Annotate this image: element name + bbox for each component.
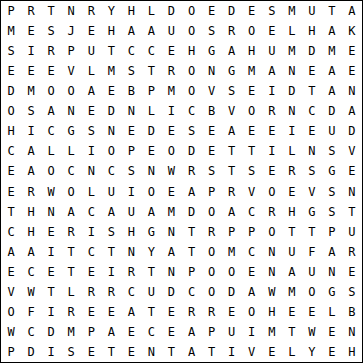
- grid-cell-r13c2[interactable]: A: [21, 242, 41, 262]
- grid-cell-r5c6[interactable]: E: [101, 81, 121, 101]
- grid-cell-r11c5[interactable]: C: [81, 202, 101, 222]
- grid-cell-r14c1[interactable]: E: [1, 262, 21, 282]
- grid-cell-r3c5[interactable]: U: [81, 41, 101, 61]
- grid-cell-r3c13[interactable]: H: [242, 41, 262, 61]
- grid-cell-r6c4[interactable]: N: [61, 101, 81, 121]
- grid-cell-r18c11[interactable]: T: [202, 342, 222, 362]
- grid-cell-r5c7[interactable]: B: [121, 81, 141, 101]
- grid-cell-r17c3[interactable]: D: [41, 322, 61, 342]
- grid-cell-r1c16[interactable]: U: [302, 1, 322, 21]
- grid-cell-r10c13[interactable]: V: [242, 181, 262, 201]
- grid-cell-r14c18[interactable]: E: [342, 262, 362, 282]
- grid-cell-r2c14[interactable]: E: [262, 21, 282, 41]
- grid-cell-r11c1[interactable]: T: [1, 202, 21, 222]
- grid-cell-r18c6[interactable]: T: [101, 342, 121, 362]
- grid-cell-r13c8[interactable]: Y: [141, 242, 161, 262]
- grid-cell-r3c12[interactable]: A: [222, 41, 242, 61]
- grid-cell-r10c2[interactable]: R: [21, 181, 41, 201]
- grid-cell-r15c13[interactable]: A: [242, 282, 262, 302]
- grid-cell-r11c6[interactable]: A: [101, 202, 121, 222]
- grid-cell-r2c16[interactable]: H: [302, 21, 322, 41]
- grid-cell-r9c13[interactable]: S: [242, 161, 262, 181]
- grid-cell-r1c7[interactable]: H: [121, 1, 141, 21]
- grid-cell-r3c14[interactable]: U: [262, 41, 282, 61]
- grid-cell-r8c1[interactable]: C: [1, 141, 21, 161]
- grid-cell-r5c15[interactable]: D: [282, 81, 302, 101]
- grid-cell-r2c10[interactable]: O: [181, 21, 201, 41]
- grid-cell-r8c9[interactable]: O: [161, 141, 181, 161]
- grid-cell-r11c7[interactable]: U: [121, 202, 141, 222]
- grid-cell-r8c8[interactable]: E: [141, 141, 161, 161]
- grid-cell-r18c3[interactable]: I: [41, 342, 61, 362]
- grid-cell-r16c11[interactable]: R: [202, 302, 222, 322]
- grid-cell-r7c4[interactable]: G: [61, 121, 81, 141]
- grid-cell-r17c12[interactable]: U: [222, 322, 242, 342]
- grid-cell-r1c5[interactable]: R: [81, 1, 101, 21]
- grid-cell-r5c18[interactable]: N: [342, 81, 362, 101]
- grid-cell-r12c14[interactable]: O: [262, 222, 282, 242]
- grid-cell-r15c15[interactable]: M: [282, 282, 302, 302]
- grid-cell-r8c14[interactable]: I: [262, 141, 282, 161]
- grid-cell-r5c2[interactable]: M: [21, 81, 41, 101]
- grid-cell-r16c9[interactable]: E: [161, 302, 181, 322]
- grid-cell-r1c11[interactable]: E: [202, 1, 222, 21]
- grid-cell-r6c3[interactable]: A: [41, 101, 61, 121]
- grid-cell-r10c5[interactable]: L: [81, 181, 101, 201]
- grid-cell-r13c5[interactable]: C: [81, 242, 101, 262]
- grid-cell-r10c11[interactable]: P: [202, 181, 222, 201]
- grid-cell-r17c6[interactable]: A: [101, 322, 121, 342]
- grid-cell-r14c9[interactable]: N: [161, 262, 181, 282]
- grid-cell-r12c12[interactable]: P: [222, 222, 242, 242]
- grid-cell-r11c13[interactable]: C: [242, 202, 262, 222]
- grid-cell-r12c2[interactable]: H: [21, 222, 41, 242]
- grid-cell-r9c11[interactable]: S: [202, 161, 222, 181]
- grid-cell-r4c10[interactable]: O: [181, 61, 201, 81]
- grid-cell-r14c8[interactable]: T: [141, 262, 161, 282]
- grid-cell-r1c15[interactable]: M: [282, 1, 302, 21]
- grid-cell-r4c1[interactable]: E: [1, 61, 21, 81]
- grid-cell-r14c16[interactable]: U: [302, 262, 322, 282]
- grid-cell-r12c4[interactable]: R: [61, 222, 81, 242]
- grid-cell-r15c12[interactable]: D: [222, 282, 242, 302]
- grid-cell-r8c4[interactable]: L: [61, 141, 81, 161]
- grid-cell-r10c14[interactable]: O: [262, 181, 282, 201]
- grid-cell-r10c17[interactable]: S: [322, 181, 342, 201]
- grid-cell-r10c6[interactable]: U: [101, 181, 121, 201]
- grid-cell-r13c10[interactable]: T: [181, 242, 201, 262]
- grid-cell-r16c15[interactable]: E: [282, 302, 302, 322]
- grid-cell-r6c12[interactable]: V: [222, 101, 242, 121]
- grid-cell-r6c2[interactable]: S: [21, 101, 41, 121]
- grid-cell-r7c12[interactable]: A: [222, 121, 242, 141]
- grid-cell-r11c17[interactable]: S: [322, 202, 342, 222]
- grid-cell-r7c9[interactable]: E: [161, 121, 181, 141]
- grid-cell-r1c10[interactable]: O: [181, 1, 201, 21]
- grid-cell-r4c11[interactable]: N: [202, 61, 222, 81]
- grid-cell-r3c7[interactable]: C: [121, 41, 141, 61]
- grid-cell-r7c3[interactable]: C: [41, 121, 61, 141]
- grid-cell-r4c6[interactable]: M: [101, 61, 121, 81]
- grid-cell-r13c12[interactable]: M: [222, 242, 242, 262]
- grid-cell-r4c7[interactable]: S: [121, 61, 141, 81]
- grid-cell-r4c13[interactable]: M: [242, 61, 262, 81]
- grid-cell-r18c7[interactable]: E: [121, 342, 141, 362]
- grid-cell-r13c1[interactable]: A: [1, 242, 21, 262]
- grid-cell-r2c3[interactable]: S: [41, 21, 61, 41]
- grid-cell-r9c17[interactable]: G: [322, 161, 342, 181]
- grid-cell-r17c4[interactable]: M: [61, 322, 81, 342]
- grid-cell-r9c9[interactable]: W: [161, 161, 181, 181]
- grid-cell-r16c10[interactable]: R: [181, 302, 201, 322]
- grid-cell-r9c7[interactable]: S: [121, 161, 141, 181]
- grid-cell-r1c17[interactable]: T: [322, 1, 342, 21]
- grid-cell-r8c13[interactable]: T: [242, 141, 262, 161]
- grid-cell-r10c18[interactable]: N: [342, 181, 362, 201]
- grid-cell-r10c4[interactable]: O: [61, 181, 81, 201]
- grid-cell-r8c15[interactable]: L: [282, 141, 302, 161]
- grid-cell-r14c12[interactable]: O: [222, 262, 242, 282]
- grid-cell-r13c15[interactable]: U: [282, 242, 302, 262]
- grid-cell-r5c14[interactable]: I: [262, 81, 282, 101]
- grid-cell-r17c7[interactable]: E: [121, 322, 141, 342]
- grid-cell-r10c1[interactable]: E: [1, 181, 21, 201]
- grid-cell-r5c8[interactable]: P: [141, 81, 161, 101]
- grid-cell-r8c12[interactable]: T: [222, 141, 242, 161]
- grid-cell-r18c5[interactable]: E: [81, 342, 101, 362]
- grid-cell-r7c13[interactable]: E: [242, 121, 262, 141]
- grid-cell-r3c1[interactable]: S: [1, 41, 21, 61]
- grid-cell-r18c9[interactable]: T: [161, 342, 181, 362]
- grid-cell-r4c18[interactable]: E: [342, 61, 362, 81]
- grid-cell-r13c14[interactable]: N: [262, 242, 282, 262]
- grid-cell-r16c18[interactable]: B: [342, 302, 362, 322]
- grid-cell-r4c5[interactable]: L: [81, 61, 101, 81]
- grid-cell-r14c15[interactable]: A: [282, 262, 302, 282]
- grid-cell-r14c4[interactable]: T: [61, 262, 81, 282]
- grid-cell-r1c3[interactable]: T: [41, 1, 61, 21]
- grid-cell-r5c13[interactable]: E: [242, 81, 262, 101]
- grid-cell-r8c2[interactable]: A: [21, 141, 41, 161]
- grid-cell-r15c5[interactable]: R: [81, 282, 101, 302]
- grid-cell-r6c9[interactable]: I: [161, 101, 181, 121]
- grid-cell-r17c15[interactable]: T: [282, 322, 302, 342]
- grid-cell-r12c10[interactable]: T: [181, 222, 201, 242]
- grid-cell-r13c4[interactable]: T: [61, 242, 81, 262]
- grid-cell-r16c3[interactable]: I: [41, 302, 61, 322]
- grid-cell-r17c18[interactable]: N: [342, 322, 362, 342]
- grid-cell-r13c13[interactable]: C: [242, 242, 262, 262]
- grid-cell-r12c16[interactable]: T: [302, 222, 322, 242]
- grid-cell-r15c11[interactable]: O: [202, 282, 222, 302]
- grid-cell-r7c5[interactable]: S: [81, 121, 101, 141]
- grid-cell-r16c14[interactable]: H: [262, 302, 282, 322]
- grid-cell-r16c17[interactable]: L: [322, 302, 342, 322]
- grid-cell-r15c10[interactable]: C: [181, 282, 201, 302]
- grid-cell-r9c8[interactable]: N: [141, 161, 161, 181]
- grid-cell-r5c12[interactable]: S: [222, 81, 242, 101]
- grid-cell-r18c15[interactable]: L: [282, 342, 302, 362]
- grid-cell-r5c10[interactable]: O: [181, 81, 201, 101]
- grid-cell-r18c12[interactable]: I: [222, 342, 242, 362]
- grid-cell-r12c17[interactable]: P: [322, 222, 342, 242]
- grid-cell-r8c7[interactable]: P: [121, 141, 141, 161]
- grid-cell-r18c17[interactable]: E: [322, 342, 342, 362]
- grid-cell-r6c14[interactable]: R: [262, 101, 282, 121]
- grid-cell-r2c4[interactable]: J: [61, 21, 81, 41]
- grid-cell-r6c13[interactable]: O: [242, 101, 262, 121]
- grid-cell-r11c16[interactable]: G: [302, 202, 322, 222]
- grid-cell-r17c11[interactable]: P: [202, 322, 222, 342]
- grid-cell-r12c13[interactable]: P: [242, 222, 262, 242]
- grid-cell-r1c18[interactable]: A: [342, 1, 362, 21]
- grid-cell-r10c8[interactable]: O: [141, 181, 161, 201]
- grid-cell-r6c18[interactable]: A: [342, 101, 362, 121]
- grid-cell-r16c5[interactable]: E: [81, 302, 101, 322]
- grid-cell-r16c7[interactable]: A: [121, 302, 141, 322]
- grid-cell-r15c3[interactable]: T: [41, 282, 61, 302]
- grid-cell-r4c8[interactable]: T: [141, 61, 161, 81]
- grid-cell-r9c3[interactable]: O: [41, 161, 61, 181]
- grid-cell-r12c1[interactable]: C: [1, 222, 21, 242]
- grid-cell-r4c2[interactable]: E: [21, 61, 41, 81]
- grid-cell-r16c16[interactable]: E: [302, 302, 322, 322]
- grid-cell-r9c15[interactable]: R: [282, 161, 302, 181]
- grid-cell-r14c13[interactable]: E: [242, 262, 262, 282]
- grid-cell-r7c10[interactable]: S: [181, 121, 201, 141]
- grid-cell-r15c16[interactable]: O: [302, 282, 322, 302]
- grid-cell-r11c2[interactable]: H: [21, 202, 41, 222]
- grid-cell-r10c3[interactable]: W: [41, 181, 61, 201]
- grid-cell-r9c12[interactable]: T: [222, 161, 242, 181]
- grid-cell-r15c9[interactable]: D: [161, 282, 181, 302]
- grid-cell-r2c12[interactable]: R: [222, 21, 242, 41]
- grid-cell-r5c16[interactable]: T: [302, 81, 322, 101]
- grid-cell-r1c14[interactable]: S: [262, 1, 282, 21]
- grid-cell-r11c12[interactable]: A: [222, 202, 242, 222]
- grid-cell-r17c2[interactable]: C: [21, 322, 41, 342]
- grid-cell-r16c2[interactable]: F: [21, 302, 41, 322]
- grid-cell-r4c14[interactable]: A: [262, 61, 282, 81]
- grid-cell-r17c10[interactable]: A: [181, 322, 201, 342]
- grid-cell-r3c3[interactable]: R: [41, 41, 61, 61]
- grid-cell-r10c7[interactable]: I: [121, 181, 141, 201]
- grid-cell-r15c7[interactable]: C: [121, 282, 141, 302]
- grid-cell-r16c13[interactable]: O: [242, 302, 262, 322]
- grid-cell-r3c16[interactable]: D: [302, 41, 322, 61]
- grid-cell-r9c18[interactable]: E: [342, 161, 362, 181]
- grid-cell-r4c12[interactable]: G: [222, 61, 242, 81]
- grid-cell-r6c11[interactable]: B: [202, 101, 222, 121]
- grid-cell-r1c2[interactable]: R: [21, 1, 41, 21]
- grid-cell-r6c8[interactable]: L: [141, 101, 161, 121]
- grid-cell-r7c15[interactable]: I: [282, 121, 302, 141]
- grid-cell-r17c13[interactable]: I: [242, 322, 262, 342]
- grid-cell-r11c14[interactable]: R: [262, 202, 282, 222]
- grid-cell-r1c12[interactable]: D: [222, 1, 242, 21]
- grid-cell-r8c3[interactable]: L: [41, 141, 61, 161]
- grid-cell-r4c16[interactable]: E: [302, 61, 322, 81]
- grid-cell-r3c8[interactable]: C: [141, 41, 161, 61]
- grid-cell-r7c6[interactable]: N: [101, 121, 121, 141]
- grid-cell-r7c7[interactable]: E: [121, 121, 141, 141]
- grid-cell-r1c4[interactable]: N: [61, 1, 81, 21]
- grid-cell-r11c15[interactable]: H: [282, 202, 302, 222]
- grid-cell-r1c1[interactable]: P: [1, 1, 21, 21]
- grid-cell-r18c2[interactable]: D: [21, 342, 41, 362]
- grid-cell-r8c5[interactable]: I: [81, 141, 101, 161]
- grid-cell-r17c17[interactable]: E: [322, 322, 342, 342]
- grid-cell-r5c17[interactable]: A: [322, 81, 342, 101]
- grid-cell-r3c17[interactable]: M: [322, 41, 342, 61]
- grid-cell-r8c11[interactable]: E: [202, 141, 222, 161]
- grid-cell-r2c5[interactable]: E: [81, 21, 101, 41]
- grid-cell-r15c18[interactable]: S: [342, 282, 362, 302]
- grid-cell-r9c4[interactable]: C: [61, 161, 81, 181]
- grid-cell-r4c15[interactable]: N: [282, 61, 302, 81]
- grid-cell-r6c7[interactable]: N: [121, 101, 141, 121]
- grid-cell-r14c7[interactable]: R: [121, 262, 141, 282]
- grid-cell-r6c6[interactable]: D: [101, 101, 121, 121]
- grid-cell-r17c9[interactable]: E: [161, 322, 181, 342]
- grid-cell-r17c16[interactable]: W: [302, 322, 322, 342]
- grid-cell-r2c8[interactable]: A: [141, 21, 161, 41]
- grid-cell-r6c16[interactable]: C: [302, 101, 322, 121]
- grid-cell-r17c5[interactable]: P: [81, 322, 101, 342]
- grid-cell-r8c10[interactable]: D: [181, 141, 201, 161]
- grid-cell-r14c3[interactable]: E: [41, 262, 61, 282]
- grid-cell-r10c9[interactable]: E: [161, 181, 181, 201]
- grid-cell-r5c1[interactable]: D: [1, 81, 21, 101]
- grid-cell-r13c16[interactable]: F: [302, 242, 322, 262]
- grid-cell-r15c8[interactable]: U: [141, 282, 161, 302]
- grid-cell-r10c12[interactable]: R: [222, 181, 242, 201]
- grid-cell-r16c8[interactable]: T: [141, 302, 161, 322]
- grid-cell-r5c4[interactable]: O: [61, 81, 81, 101]
- grid-cell-r7c16[interactable]: E: [302, 121, 322, 141]
- grid-cell-r12c9[interactable]: N: [161, 222, 181, 242]
- grid-cell-r13c11[interactable]: O: [202, 242, 222, 262]
- grid-cell-r9c16[interactable]: S: [302, 161, 322, 181]
- grid-cell-r15c4[interactable]: L: [61, 282, 81, 302]
- grid-cell-r3c2[interactable]: I: [21, 41, 41, 61]
- grid-cell-r17c1[interactable]: W: [1, 322, 21, 342]
- grid-cell-r8c17[interactable]: S: [322, 141, 342, 161]
- grid-cell-r3c9[interactable]: E: [161, 41, 181, 61]
- grid-cell-r12c8[interactable]: G: [141, 222, 161, 242]
- grid-cell-r11c11[interactable]: O: [202, 202, 222, 222]
- grid-cell-r2c1[interactable]: M: [1, 21, 21, 41]
- grid-cell-r14c6[interactable]: I: [101, 262, 121, 282]
- grid-cell-r18c18[interactable]: H: [342, 342, 362, 362]
- grid-cell-r1c13[interactable]: E: [242, 1, 262, 21]
- grid-cell-r1c6[interactable]: Y: [101, 1, 121, 21]
- grid-cell-r14c11[interactable]: O: [202, 262, 222, 282]
- grid-cell-r3c11[interactable]: G: [202, 41, 222, 61]
- grid-cell-r11c10[interactable]: D: [181, 202, 201, 222]
- grid-cell-r12c7[interactable]: H: [121, 222, 141, 242]
- grid-cell-r18c8[interactable]: N: [141, 342, 161, 362]
- grid-cell-r18c16[interactable]: Y: [302, 342, 322, 362]
- grid-cell-r5c5[interactable]: A: [81, 81, 101, 101]
- grid-cell-r14c10[interactable]: P: [181, 262, 201, 282]
- grid-cell-r7c14[interactable]: E: [262, 121, 282, 141]
- grid-cell-r3c10[interactable]: H: [181, 41, 201, 61]
- grid-cell-r7c8[interactable]: D: [141, 121, 161, 141]
- grid-cell-r18c4[interactable]: S: [61, 342, 81, 362]
- grid-cell-r6c17[interactable]: D: [322, 101, 342, 121]
- grid-cell-r12c3[interactable]: E: [41, 222, 61, 242]
- grid-cell-r12c15[interactable]: T: [282, 222, 302, 242]
- grid-cell-r5c9[interactable]: M: [161, 81, 181, 101]
- grid-cell-r16c1[interactable]: O: [1, 302, 21, 322]
- grid-cell-r13c9[interactable]: A: [161, 242, 181, 262]
- grid-cell-r8c16[interactable]: N: [302, 141, 322, 161]
- grid-cell-r7c2[interactable]: I: [21, 121, 41, 141]
- grid-cell-r4c17[interactable]: A: [322, 61, 342, 81]
- grid-cell-r9c14[interactable]: E: [262, 161, 282, 181]
- grid-cell-r15c17[interactable]: G: [322, 282, 342, 302]
- grid-cell-r6c1[interactable]: O: [1, 101, 21, 121]
- grid-cell-r2c13[interactable]: O: [242, 21, 262, 41]
- grid-cell-r2c11[interactable]: S: [202, 21, 222, 41]
- grid-cell-r1c9[interactable]: D: [161, 1, 181, 21]
- grid-cell-r11c8[interactable]: A: [141, 202, 161, 222]
- grid-cell-r2c15[interactable]: L: [282, 21, 302, 41]
- grid-cell-r15c1[interactable]: V: [1, 282, 21, 302]
- grid-cell-r18c14[interactable]: E: [262, 342, 282, 362]
- grid-cell-r14c5[interactable]: E: [81, 262, 101, 282]
- grid-cell-r14c17[interactable]: N: [322, 262, 342, 282]
- grid-cell-r7c1[interactable]: H: [1, 121, 21, 141]
- grid-cell-r4c3[interactable]: E: [41, 61, 61, 81]
- grid-cell-r11c18[interactable]: T: [342, 202, 362, 222]
- grid-cell-r15c6[interactable]: R: [101, 282, 121, 302]
- grid-cell-r7c18[interactable]: D: [342, 121, 362, 141]
- grid-cell-r6c10[interactable]: C: [181, 101, 201, 121]
- grid-cell-r2c9[interactable]: U: [161, 21, 181, 41]
- grid-cell-r4c4[interactable]: V: [61, 61, 81, 81]
- grid-cell-r2c2[interactable]: E: [21, 21, 41, 41]
- grid-cell-r13c18[interactable]: R: [342, 242, 362, 262]
- grid-cell-r9c2[interactable]: A: [21, 161, 41, 181]
- grid-cell-r7c17[interactable]: U: [322, 121, 342, 141]
- grid-cell-r2c7[interactable]: A: [121, 21, 141, 41]
- grid-cell-r2c17[interactable]: A: [322, 21, 342, 41]
- grid-cell-r4c9[interactable]: R: [161, 61, 181, 81]
- grid-cell-r5c3[interactable]: O: [41, 81, 61, 101]
- grid-cell-r2c6[interactable]: H: [101, 21, 121, 41]
- grid-cell-r8c18[interactable]: V: [342, 141, 362, 161]
- grid-cell-r17c8[interactable]: C: [141, 322, 161, 342]
- grid-cell-r13c6[interactable]: T: [101, 242, 121, 262]
- grid-cell-r11c4[interactable]: A: [61, 202, 81, 222]
- grid-cell-r2c18[interactable]: K: [342, 21, 362, 41]
- grid-cell-r14c14[interactable]: N: [262, 262, 282, 282]
- grid-cell-r9c5[interactable]: N: [81, 161, 101, 181]
- grid-cell-r10c10[interactable]: A: [181, 181, 201, 201]
- grid-cell-r6c5[interactable]: E: [81, 101, 101, 121]
- grid-cell-r3c4[interactable]: P: [61, 41, 81, 61]
- grid-cell-r10c15[interactable]: E: [282, 181, 302, 201]
- grid-cell-r14c2[interactable]: C: [21, 262, 41, 282]
- grid-cell-r9c10[interactable]: R: [181, 161, 201, 181]
- grid-cell-r1c8[interactable]: L: [141, 1, 161, 21]
- grid-cell-r17c14[interactable]: M: [262, 322, 282, 342]
- grid-cell-r3c18[interactable]: E: [342, 41, 362, 61]
- grid-cell-r15c14[interactable]: W: [262, 282, 282, 302]
- grid-cell-r13c3[interactable]: I: [41, 242, 61, 262]
